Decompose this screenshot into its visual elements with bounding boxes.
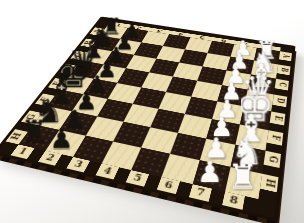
coordinate-label: H [259, 174, 280, 191]
coordinate-label: F [266, 130, 285, 144]
coordinate-label: G [262, 151, 282, 166]
border-cell-right-H: H [259, 173, 279, 202]
border-cell-right-B: B [276, 64, 290, 80]
chess-board: 12345678A♜♟♟♜AB♞♟♟♞BC♝♟♟♝CD♛♟♟♛DE♚♟♟♚EF♝… [0, 16, 295, 221]
coordinate-label: A [278, 51, 293, 60]
white-pawn[interactable]: ♟ [194, 138, 227, 184]
studio-background: 12345678A♜♟♟♜AB♞♟♟♞BC♝♟♟♝CD♛♟♟♛DE♚♟♟♚EF♝… [0, 0, 304, 223]
border-cell-right-A: A [278, 51, 292, 66]
square-8H[interactable]: ♜ [225, 166, 262, 198]
white-rook[interactable]: ♜ [226, 145, 259, 192]
square-4E[interactable] [133, 87, 166, 108]
coordinate-label: 8 [222, 191, 245, 209]
border-cell-right-C: C [274, 78, 289, 96]
black-pawn[interactable]: ♟ [47, 108, 77, 151]
square-3F[interactable] [97, 98, 132, 121]
border-cell-right-F: F [266, 130, 284, 154]
border-cell-bottom-5: 5 [126, 170, 162, 190]
border-cell-right-G: G [262, 150, 281, 176]
square-4F[interactable] [123, 103, 158, 126]
border-cell-bottom-6: 6 [157, 177, 193, 197]
black-rook[interactable]: ♜ [20, 103, 50, 145]
coordinate-label: B [276, 64, 292, 74]
coordinate-label: 7 [189, 184, 212, 202]
